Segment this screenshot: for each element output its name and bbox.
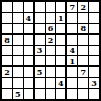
cell-r8c6-given[interactable]: 4 [56, 78, 66, 88]
cell-r5c7-given[interactable]: 4 [67, 46, 77, 56]
cell-r6c7-given[interactable]: 1 [67, 56, 77, 66]
cell-r1c2-empty[interactable] [13, 2, 23, 12]
cell-r9c8-empty[interactable] [78, 89, 88, 99]
cell-r2c4-empty[interactable] [35, 13, 45, 23]
cell-r8c3-empty[interactable] [24, 78, 34, 88]
cell-r3c2-empty[interactable] [13, 24, 23, 34]
cell-r4c1-given[interactable]: 8 [2, 35, 12, 45]
cell-r2c8-empty[interactable] [78, 13, 88, 23]
cell-r8c8-empty[interactable] [78, 78, 88, 88]
cell-r6c2-empty[interactable] [13, 56, 23, 66]
cell-r2c7-empty[interactable] [67, 13, 77, 23]
cell-r3c6-empty[interactable] [56, 24, 66, 34]
cell-r2c9-empty[interactable] [89, 13, 99, 23]
cell-r1c3-empty[interactable] [24, 2, 34, 12]
cell-r2c1-empty[interactable] [2, 13, 12, 23]
cell-r4c8-empty[interactable] [78, 35, 88, 45]
cell-r9c2-given[interactable]: 5 [13, 89, 23, 99]
cell-r3c9-empty[interactable] [89, 24, 99, 34]
cell-r8c7-empty[interactable] [67, 78, 77, 88]
cell-r2c2-empty[interactable] [13, 13, 23, 23]
cell-r6c5-empty[interactable] [46, 56, 56, 66]
cell-r1c1-empty[interactable] [2, 2, 12, 12]
sudoku-board: 72416882341257435 [0, 0, 101, 101]
cell-r5c8-empty[interactable] [78, 46, 88, 56]
cell-r5c3-empty[interactable] [24, 46, 34, 56]
cell-r9c6-empty[interactable] [56, 89, 66, 99]
cell-r8c2-empty[interactable] [13, 78, 23, 88]
cell-r6c6-empty[interactable] [56, 56, 66, 66]
cell-r5c9-empty[interactable] [89, 46, 99, 56]
cell-r9c7-empty[interactable] [67, 89, 77, 99]
cell-r8c1-empty[interactable] [2, 78, 12, 88]
cell-r1c4-empty[interactable] [35, 2, 45, 12]
cell-r7c2-empty[interactable] [13, 67, 23, 77]
cell-r6c4-empty[interactable] [35, 56, 45, 66]
cell-r9c4-empty[interactable] [35, 89, 45, 99]
cell-r7c1-given[interactable]: 2 [2, 67, 12, 77]
cell-r3c5-given[interactable]: 6 [46, 24, 56, 34]
cell-r1c9-empty[interactable] [89, 2, 99, 12]
cell-r3c8-given[interactable]: 8 [78, 24, 88, 34]
cell-r2c5-empty[interactable] [46, 13, 56, 23]
cell-r7c6-empty[interactable] [56, 67, 66, 77]
cell-r4c9-empty[interactable] [89, 35, 99, 45]
cell-r1c6-empty[interactable] [56, 2, 66, 12]
cell-r4c5-given[interactable]: 2 [46, 35, 56, 45]
cell-r7c8-given[interactable]: 7 [78, 67, 88, 77]
cell-r5c4-given[interactable]: 3 [35, 46, 45, 56]
cell-r6c9-empty[interactable] [89, 56, 99, 66]
cell-r5c1-empty[interactable] [2, 46, 12, 56]
cell-r5c2-empty[interactable] [13, 46, 23, 56]
cell-r9c3-empty[interactable] [24, 89, 34, 99]
cell-r7c5-empty[interactable] [46, 67, 56, 77]
cell-r2c3-given[interactable]: 4 [24, 13, 34, 23]
cell-r6c3-empty[interactable] [24, 56, 34, 66]
cell-r1c5-empty[interactable] [46, 2, 56, 12]
cell-r9c9-empty[interactable] [89, 89, 99, 99]
cell-r8c5-empty[interactable] [46, 78, 56, 88]
cell-r4c6-empty[interactable] [56, 35, 66, 45]
cell-r7c9-empty[interactable] [89, 67, 99, 77]
cell-r6c1-empty[interactable] [2, 56, 12, 66]
cell-r1c8-given[interactable]: 2 [78, 2, 88, 12]
cell-r8c9-given[interactable]: 3 [89, 78, 99, 88]
cell-r1c7-given[interactable]: 7 [67, 2, 77, 12]
cell-r5c6-empty[interactable] [56, 46, 66, 56]
cell-r4c4-empty[interactable] [35, 35, 45, 45]
cell-r4c7-empty[interactable] [67, 35, 77, 45]
cell-r8c4-empty[interactable] [35, 78, 45, 88]
cell-r9c1-empty[interactable] [2, 89, 12, 99]
cell-r2c6-given[interactable]: 1 [56, 13, 66, 23]
cell-r4c3-empty[interactable] [24, 35, 34, 45]
cell-r6c8-empty[interactable] [78, 56, 88, 66]
cell-r9c5-empty[interactable] [46, 89, 56, 99]
cell-r3c4-empty[interactable] [35, 24, 45, 34]
cell-r7c4-given[interactable]: 5 [35, 67, 45, 77]
cell-r7c3-empty[interactable] [24, 67, 34, 77]
cell-r3c1-empty[interactable] [2, 24, 12, 34]
cell-r4c2-empty[interactable] [13, 35, 23, 45]
cell-r3c7-empty[interactable] [67, 24, 77, 34]
cell-r3c3-empty[interactable] [24, 24, 34, 34]
cell-r7c7-empty[interactable] [67, 67, 77, 77]
cell-r5c5-empty[interactable] [46, 46, 56, 56]
